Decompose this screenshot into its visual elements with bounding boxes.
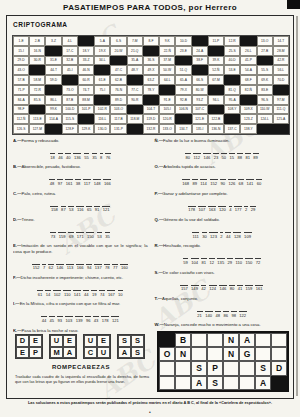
- crypto-cell[interactable]: 96-S: [257, 95, 273, 105]
- crypto-cell[interactable]: 69-K: [257, 75, 273, 85]
- answer-slot[interactable]: 48: [49, 179, 55, 186]
- crypto-cell[interactable]: 110-W: [257, 105, 273, 115]
- crypto-cell[interactable]: 132-R: [143, 124, 159, 134]
- crypto-cell[interactable]: 38-F: [192, 56, 208, 66]
- answer-slot[interactable]: 53: [97, 232, 103, 239]
- crypto-cell[interactable]: 114-A: [45, 114, 61, 124]
- crypto-cell[interactable]: 95-A: [224, 95, 240, 105]
- letter-tile[interactable]: SSAS: [117, 334, 145, 359]
- crypto-cell[interactable]: 53-E: [224, 65, 240, 75]
- crypto-cell[interactable]: 18-Y: [78, 46, 94, 56]
- crypto-cell[interactable]: 77-C: [127, 85, 143, 95]
- answer-slot[interactable]: 107: [198, 206, 206, 213]
- answer-slot[interactable]: 178: [188, 206, 196, 213]
- answer-slot[interactable]: 80: [185, 153, 191, 160]
- crypto-cell[interactable]: 83-E: [257, 85, 273, 95]
- crypto-cell[interactable]: 6-S: [110, 36, 126, 46]
- answer-slot[interactable]: 48: [215, 311, 221, 318]
- crypto-cell[interactable]: 8-F: [143, 36, 159, 46]
- answer-slot[interactable]: 80: [229, 285, 235, 292]
- romp-cell[interactable]: [271, 347, 287, 361]
- crypto-cell[interactable]: 102-R: [94, 105, 110, 115]
- crypto-cell[interactable]: 54-A: [240, 65, 256, 75]
- crypto-cell[interactable]: 12-R: [224, 36, 240, 46]
- crypto-cell[interactable]: 43-O: [13, 65, 29, 75]
- crypto-cell[interactable]: 98-F: [13, 105, 29, 115]
- crypto-cell[interactable]: 63-Z: [143, 75, 159, 85]
- crypto-cell[interactable]: 41-P: [240, 56, 256, 66]
- answer-slot[interactable]: 136: [73, 153, 81, 160]
- romp-cell[interactable]: N: [223, 333, 239, 347]
- answer-slot[interactable]: 98: [231, 311, 237, 318]
- romp-cell[interactable]: O: [159, 347, 175, 361]
- clue-answer-numbers: 11130123244128109: [155, 224, 290, 242]
- answer-slot[interactable]: 43: [93, 316, 99, 323]
- crypto-cell[interactable]: 39-K: [208, 56, 224, 66]
- crypto-cell[interactable]: 101-P: [78, 105, 94, 115]
- answer-slot[interactable]: 177: [234, 206, 242, 213]
- romp-cell[interactable]: A: [191, 376, 207, 390]
- romp-cell[interactable]: [239, 376, 255, 390]
- romp-cell[interactable]: [191, 347, 207, 361]
- crypto-cell[interactable]: 24-A: [192, 46, 208, 56]
- answer-slot[interactable]: 112: [193, 153, 201, 160]
- answer-slot[interactable]: 29: [250, 206, 256, 213]
- crypto-cell[interactable]: 2-B: [29, 36, 45, 46]
- answer-slot[interactable]: 2: [220, 232, 223, 239]
- answer-slot[interactable]: 121: [102, 206, 110, 213]
- crypto-cell[interactable]: 123-Z: [240, 114, 256, 124]
- crypto-cell[interactable]: 79-X: [175, 85, 191, 95]
- answer-slot[interactable]: 59: [183, 258, 189, 265]
- romp-cell[interactable]: G: [239, 347, 255, 361]
- crypto-cell[interactable]: 138-Y: [240, 124, 256, 134]
- answer-slot[interactable]: 141: [246, 179, 254, 186]
- answer-slot[interactable]: 38: [75, 179, 81, 186]
- crypto-cell[interactable]: 66-S: [192, 75, 208, 85]
- answer-slot[interactable]: 65: [86, 206, 92, 213]
- answer-slot[interactable]: 19: [91, 290, 97, 297]
- answer-slot[interactable]: 152: [210, 179, 218, 186]
- crypto-black-cell: [143, 46, 159, 56]
- answer-slot[interactable]: 152: [32, 264, 40, 271]
- crypto-cell[interactable]: 29-D: [13, 56, 29, 66]
- answer-slot[interactable]: 120: [218, 206, 226, 213]
- crypto-cell[interactable]: 127-M: [29, 124, 45, 134]
- romp-cell[interactable]: S: [255, 361, 271, 375]
- crypto-cell[interactable]: 60-R: [78, 75, 94, 85]
- answer-slot[interactable]: 157: [180, 285, 188, 292]
- answer-slot[interactable]: 135: [217, 258, 225, 265]
- crypto-cell[interactable]: 75-I: [94, 85, 110, 95]
- letter-tile[interactable]: DEEP: [15, 334, 43, 359]
- tile-cell: D: [16, 335, 29, 347]
- crypto-cell[interactable]: 85-S: [29, 95, 45, 105]
- crypto-cell[interactable]: 47-C: [110, 65, 126, 75]
- answer-slot[interactable]: 89: [253, 153, 259, 160]
- answer-slot[interactable]: 168: [182, 179, 190, 186]
- romp-cell[interactable]: [159, 361, 175, 375]
- answer-slot[interactable]: 160: [120, 264, 128, 271]
- crypto-cell[interactable]: 32-B: [62, 56, 78, 66]
- answer-slot[interactable]: 109: [244, 232, 252, 239]
- crypto-cell[interactable]: 91-E: [159, 95, 175, 105]
- answer-slot[interactable]: 61: [37, 290, 43, 297]
- romp-cell[interactable]: B: [175, 333, 191, 347]
- answer-slot[interactable]: 146: [219, 285, 227, 292]
- answer-slot[interactable]: 60: [256, 179, 262, 186]
- crypto-cell[interactable]: 81-Q: [224, 85, 240, 95]
- answer-slot[interactable]: 113: [66, 264, 74, 271]
- answer-slot[interactable]: 96: [85, 316, 91, 323]
- answer-slot[interactable]: 158: [50, 206, 58, 213]
- crypto-cell[interactable]: 19-X: [94, 46, 110, 56]
- crypto-cell[interactable]: 84-A: [13, 95, 29, 105]
- answer-slot[interactable]: 81: [201, 258, 207, 265]
- answer-slot[interactable]: 116: [76, 206, 84, 213]
- answer-slot[interactable]: 122: [239, 311, 247, 318]
- answer-slot[interactable]: 167: [107, 290, 115, 297]
- answer-slot[interactable]: 163: [208, 206, 216, 213]
- crypto-cell[interactable]: 62-B: [110, 75, 126, 85]
- crypto-cell[interactable]: 23-E: [175, 46, 191, 56]
- crypto-cell[interactable]: 71-P: [13, 85, 29, 95]
- answer-slot[interactable]: 91: [94, 206, 100, 213]
- answer-slot[interactable]: 128: [233, 232, 241, 239]
- answer-slot[interactable]: 89: [192, 179, 198, 186]
- crypto-cell[interactable]: 88-M: [78, 95, 94, 105]
- crypto-cell[interactable]: 4-L: [62, 36, 78, 46]
- crypto-black-cell: [208, 85, 224, 95]
- crypto-cell[interactable]: 78-Y: [143, 85, 159, 95]
- answer-slot[interactable]: 69: [68, 232, 74, 239]
- crypto-cell[interactable]: 126-S: [13, 124, 29, 134]
- crypto-cell[interactable]: 89-D: [110, 95, 126, 105]
- crypto-cell[interactable]: 56-L: [273, 65, 289, 75]
- romp-cell[interactable]: S: [191, 361, 207, 375]
- answer-slot[interactable]: 10: [118, 290, 124, 297]
- crypto-cell[interactable]: 121-E: [192, 114, 208, 124]
- answer-slot[interactable]: 23: [213, 153, 219, 160]
- romp-cell[interactable]: P: [207, 361, 223, 375]
- crypto-cell[interactable]: 1-E: [13, 36, 29, 46]
- crypto-cell[interactable]: 116-L: [94, 114, 110, 124]
- crypto-cell[interactable]: 46-N: [78, 65, 94, 75]
- crypto-cell[interactable]: 34-L: [94, 56, 110, 66]
- answer-slot[interactable]: 44: [225, 232, 231, 239]
- answer-slot[interactable]: 161: [65, 179, 73, 186]
- answer-slot[interactable]: 150: [245, 258, 253, 265]
- answer-slot[interactable]: 94: [86, 264, 92, 271]
- crypto-cell[interactable]: 100-D: [62, 105, 78, 115]
- crypto-cell[interactable]: 5-A: [94, 36, 110, 46]
- crypto-cell[interactable]: 58-M: [29, 75, 45, 85]
- romp-cell[interactable]: [223, 376, 239, 390]
- answer-slot[interactable]: 103: [65, 316, 73, 323]
- crypto-cell[interactable]: 117-B: [110, 114, 126, 124]
- answer-slot[interactable]: 4: [229, 206, 232, 213]
- clue-answer-numbers: 489716138117148166: [13, 171, 148, 189]
- clue-text: C.—Palo, cetro, rutina.: [13, 191, 148, 196]
- answer-slot[interactable]: 18: [50, 153, 56, 160]
- letter-tile[interactable]: UEMA: [49, 334, 77, 359]
- crypto-cell[interactable]: 115-S: [62, 114, 78, 124]
- answer-slot[interactable]: 97: [57, 179, 63, 186]
- answer-slot[interactable]: 50: [221, 153, 227, 160]
- crypto-cell[interactable]: 51-Q: [175, 65, 191, 75]
- answer-slot[interactable]: 110: [63, 290, 71, 297]
- answer-slot[interactable]: 45: [49, 316, 55, 323]
- answer-slot[interactable]: 90: [220, 179, 226, 186]
- answer-slot[interactable]: 171: [76, 232, 84, 239]
- answer-slot[interactable]: 42: [201, 285, 207, 292]
- answer-slot[interactable]: 139: [75, 316, 83, 323]
- answer-slot[interactable]: 41: [237, 285, 243, 292]
- crypto-cell[interactable]: 80-W: [192, 85, 208, 95]
- crypto-cell[interactable]: 86-L: [45, 95, 61, 105]
- answer-slot[interactable]: 123: [209, 232, 217, 239]
- crypto-cell[interactable]: 37-M: [159, 56, 175, 66]
- crypto-cell[interactable]: 97-M: [273, 95, 289, 105]
- crypto-cell[interactable]: 136-N: [208, 124, 224, 134]
- crypto-cell[interactable]: 14-T: [273, 36, 289, 46]
- answer-slot[interactable]: 21: [197, 311, 203, 318]
- crypto-cell[interactable]: 118-M: [127, 114, 143, 124]
- crypto-black-cell: [159, 85, 175, 95]
- crypto-cell[interactable]: 122-B: [208, 114, 224, 124]
- answer-slot[interactable]: 137: [94, 264, 102, 271]
- crypto-cell[interactable]: 17-C: [62, 46, 78, 56]
- clue-item: P.—Ganar y adelantarse por completo.1781…: [155, 191, 290, 216]
- answer-slot[interactable]: 40: [65, 153, 71, 160]
- answer-slot[interactable]: 166: [76, 264, 84, 271]
- answer-slot[interactable]: 117: [83, 179, 91, 186]
- answer-slot[interactable]: 35: [105, 232, 111, 239]
- crypto-cell[interactable]: 73-O: [62, 85, 78, 95]
- crypto-cell[interactable]: 44-T: [45, 65, 61, 75]
- crypto-cell[interactable]: 65-A: [175, 75, 191, 85]
- crypto-cell[interactable]: 15-I: [13, 46, 29, 56]
- crypto-cell[interactable]: 3-Z: [45, 36, 61, 46]
- crypto-cell[interactable]: 90-R: [127, 95, 143, 105]
- answer-slot[interactable]: 30: [202, 232, 208, 239]
- crypto-cell[interactable]: 103-O: [110, 105, 126, 115]
- answer-slot[interactable]: 44: [41, 316, 47, 323]
- crypto-cell[interactable]: 20-W: [110, 46, 126, 56]
- romp-cell[interactable]: S: [207, 376, 223, 390]
- crypto-cell[interactable]: 105-I: [159, 105, 175, 115]
- answer-slot[interactable]: 78: [104, 264, 110, 271]
- crypto-cell[interactable]: 57-B: [13, 75, 29, 85]
- crypto-cell[interactable]: 125-A: [273, 114, 289, 124]
- crypto-cell[interactable]: 35-A: [127, 56, 143, 66]
- romp-cell[interactable]: [255, 347, 271, 361]
- crypto-cell[interactable]: 67-M: [208, 75, 224, 85]
- crypto-cell[interactable]: 106-N: [175, 105, 191, 115]
- answer-slot[interactable]: 161: [255, 285, 263, 292]
- crypto-cell[interactable]: 40-D: [224, 56, 240, 66]
- crypto-cell[interactable]: 133-O: [159, 124, 175, 134]
- crypto-cell[interactable]: 134-T: [175, 124, 191, 134]
- crypto-cell[interactable]: 9-K: [159, 36, 175, 46]
- answer-slot[interactable]: 76: [105, 153, 111, 160]
- answer-slot[interactable]: 102: [53, 290, 61, 297]
- crypto-cell[interactable]: 45-I: [62, 65, 78, 75]
- crypto-cell[interactable]: 137-C: [224, 124, 240, 134]
- crypto-cell[interactable]: 107-C: [192, 105, 208, 115]
- crypto-cell[interactable]: 104-T: [143, 105, 159, 115]
- romp-cell[interactable]: D: [271, 361, 287, 375]
- answer-slot[interactable]: 73: [50, 232, 56, 239]
- answer-slot[interactable]: 72: [255, 258, 261, 265]
- answer-slot[interactable]: 68: [238, 179, 244, 186]
- crypto-cell[interactable]: 124-L: [257, 114, 273, 124]
- crypto-cell[interactable]: 61-E: [94, 75, 110, 85]
- answer-slot[interactable]: 29: [227, 258, 233, 265]
- crypto-cell[interactable]: 50-W: [159, 65, 175, 75]
- crypto-cell[interactable]: 130-D: [94, 124, 110, 134]
- clue-letter: Ñ.—: [155, 138, 164, 143]
- romp-cell[interactable]: A: [239, 333, 255, 347]
- answer-slot[interactable]: 150: [86, 232, 94, 239]
- answer-slot[interactable]: 62: [48, 264, 54, 271]
- crypto-cell[interactable]: 111-Q: [273, 105, 289, 115]
- crypto-cell[interactable]: 68-F: [240, 75, 256, 85]
- crypto-cell[interactable]: 109-X: [240, 105, 256, 115]
- crypto-cell[interactable]: 33-Z: [78, 56, 94, 66]
- crypto-cell[interactable]: 25-S: [224, 46, 240, 56]
- crypto-cell[interactable]: 10-D: [175, 36, 191, 46]
- romp-cell[interactable]: [239, 361, 255, 375]
- crypto-cell[interactable]: 55-S: [257, 65, 273, 75]
- romp-cell[interactable]: [255, 333, 271, 347]
- crypto-cell[interactable]: 22-Ñ: [159, 46, 175, 56]
- letter-tile[interactable]: UECU: [83, 334, 111, 359]
- answer-slot[interactable]: 44: [83, 290, 89, 297]
- answer-slot[interactable]: 12: [209, 258, 215, 265]
- answer-slot[interactable]: 159: [245, 285, 253, 292]
- answer-slot[interactable]: 146: [56, 264, 64, 271]
- crypto-black-cell: [45, 46, 61, 56]
- answer-slot[interactable]: 87: [61, 206, 67, 213]
- crypto-cell[interactable]: 87-B: [62, 95, 78, 105]
- answer-slot[interactable]: 126: [228, 179, 236, 186]
- romp-cell[interactable]: [207, 347, 223, 361]
- crypto-cell[interactable]: 42-R: [273, 56, 289, 66]
- crypto-cell[interactable]: 59-D: [45, 75, 61, 85]
- crypto-cell[interactable]: 93-Z: [192, 95, 208, 105]
- clue-item: Ñ.—Falto de la luz o buena iluminación.8…: [155, 138, 290, 163]
- crypto-cell[interactable]: 30-R: [29, 56, 45, 66]
- answer-slot[interactable]: 2: [244, 206, 247, 213]
- answer-slot[interactable]: 124: [209, 285, 217, 292]
- answer-slot[interactable]: 114: [200, 179, 208, 186]
- answer-slot[interactable]: 149: [191, 285, 199, 292]
- romp-black-cell: [271, 376, 287, 390]
- answer-slot[interactable]: 140: [205, 311, 213, 318]
- romp-cell[interactable]: A: [255, 376, 271, 390]
- answer-slot[interactable]: 159: [58, 232, 66, 239]
- crypto-cell[interactable]: 31-E: [45, 56, 61, 66]
- crypto-cell[interactable]: 48-Y: [127, 65, 143, 75]
- crypto-cell[interactable]: 11-P: [208, 36, 224, 46]
- answer-slot[interactable]: 146: [203, 153, 211, 160]
- romp-cell[interactable]: [271, 333, 287, 347]
- answer-slot[interactable]: 104: [191, 258, 199, 265]
- crypto-cell[interactable]: 21-Q: [127, 46, 143, 56]
- crypto-cell[interactable]: 13-O: [257, 36, 273, 46]
- crypto-cell[interactable]: 27-B: [257, 46, 273, 56]
- romp-cell[interactable]: [159, 376, 175, 390]
- crypto-cell[interactable]: 94-L: [208, 95, 224, 105]
- answer-slot[interactable]: 88: [237, 153, 243, 160]
- crypto-cell[interactable]: 108-Y: [224, 105, 240, 115]
- crypto-cell[interactable]: 28-M: [273, 46, 289, 56]
- crypto-cell[interactable]: 16-N: [29, 46, 45, 56]
- answer-slot[interactable]: 15: [229, 153, 235, 160]
- answer-slot[interactable]: 14: [45, 290, 51, 297]
- answer-slot[interactable]: 55: [84, 153, 90, 160]
- romp-cell[interactable]: [223, 361, 239, 375]
- answer-slot[interactable]: 53: [68, 206, 74, 213]
- crypto-cell[interactable]: 70-D: [273, 75, 289, 85]
- answer-slot[interactable]: 86: [223, 311, 229, 318]
- romp-cell[interactable]: [207, 333, 223, 347]
- answer-slot[interactable]: 148: [93, 179, 101, 186]
- romp-cell[interactable]: N: [223, 347, 239, 361]
- answer-slot[interactable]: 141: [73, 290, 81, 297]
- crypto-cell[interactable]: 52-Ñ: [208, 65, 224, 75]
- answer-slot[interactable]: 74: [99, 290, 105, 297]
- crypto-cell[interactable]: 36-S: [143, 56, 159, 66]
- answer-slot[interactable]: 35: [92, 153, 98, 160]
- crypto-cell[interactable]: 120-R: [159, 114, 175, 124]
- romp-cell[interactable]: [191, 333, 207, 347]
- crypto-cell[interactable]: 112-Ñ: [13, 114, 29, 124]
- crypto-cell[interactable]: 72-R: [29, 85, 45, 95]
- answer-slot[interactable]: 166: [103, 179, 111, 186]
- romp-cell[interactable]: [175, 361, 191, 375]
- answer-slot[interactable]: 77: [112, 264, 118, 271]
- answer-slot[interactable]: 121: [111, 316, 119, 323]
- crypto-cell[interactable]: 7-M: [127, 36, 143, 46]
- answer-slot[interactable]: 178: [101, 316, 109, 323]
- crypto-cell[interactable]: 82-Ñ: [240, 85, 256, 95]
- answer-slot[interactable]: 46: [58, 153, 64, 160]
- crypto-cell[interactable]: 49-X: [143, 65, 159, 75]
- crypto-cell[interactable]: 135-I: [192, 124, 208, 134]
- crypto-cell[interactable]: 74-T: [78, 85, 94, 95]
- answer-slot[interactable]: 111: [192, 232, 199, 239]
- crypto-cell[interactable]: 129-K: [78, 124, 94, 134]
- crypto-cell[interactable]: 92-B: [175, 95, 191, 105]
- answer-slot[interactable]: 8: [100, 153, 103, 160]
- crypto-cell[interactable]: 113-E: [29, 114, 45, 124]
- answer-slot[interactable]: 7: [42, 264, 45, 271]
- romp-cell[interactable]: [175, 376, 191, 390]
- crypto-cell[interactable]: 76-N: [110, 85, 126, 95]
- romp-cell[interactable]: N: [175, 347, 191, 361]
- crypto-cell[interactable]: 26-L: [240, 46, 256, 56]
- answer-slot[interactable]: 81: [245, 153, 251, 160]
- answer-slot[interactable]: 110: [235, 258, 243, 265]
- crypto-cell[interactable]: 99-K: [45, 105, 61, 115]
- crypto-cell[interactable]: 64-L: [159, 75, 175, 85]
- crypto-cell[interactable]: 128-F: [62, 124, 78, 134]
- answer-slot[interactable]: 93: [57, 316, 63, 323]
- crypto-cell[interactable]: 131-P: [110, 124, 126, 134]
- crypto-cell[interactable]: 119-D: [143, 114, 159, 124]
